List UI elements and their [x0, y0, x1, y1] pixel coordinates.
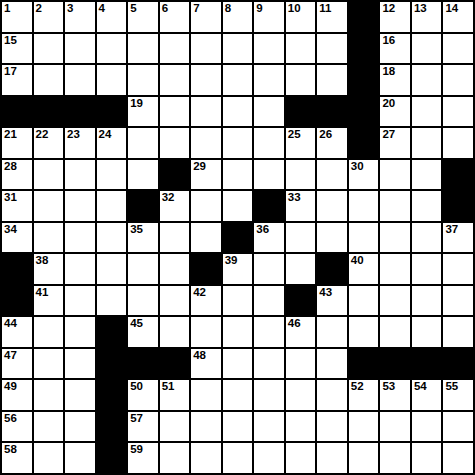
black-cell-r11c14	[443, 349, 473, 379]
clue-number: 48	[193, 349, 206, 362]
cell-r0c2[interactable]: 3	[65, 2, 95, 32]
cell-r3c8[interactable]	[254, 97, 284, 127]
cell-r9c3[interactable]	[97, 286, 127, 316]
cell-r9c7[interactable]	[223, 286, 253, 316]
cell-r10c5[interactable]	[160, 317, 190, 347]
cell-r6c10[interactable]	[317, 191, 347, 221]
clue-number: 26	[319, 128, 332, 141]
clue-number: 45	[130, 317, 143, 330]
cell-r7c0[interactable]: 34	[2, 223, 32, 253]
clue-number: 24	[99, 128, 112, 141]
cell-r14c14[interactable]	[443, 443, 473, 473]
clue-number: 28	[4, 160, 17, 173]
cell-r6c12[interactable]	[380, 191, 410, 221]
black-cell-r3c2	[65, 97, 95, 127]
cell-r10c10[interactable]	[317, 317, 347, 347]
cell-r2c6[interactable]	[191, 65, 221, 95]
cell-r4c2[interactable]: 23	[65, 128, 95, 158]
cell-r9c14[interactable]	[443, 286, 473, 316]
cell-r12c2[interactable]	[65, 380, 95, 410]
clue-number: 50	[130, 380, 143, 393]
cell-r4c6[interactable]	[191, 128, 221, 158]
cell-r2c7[interactable]	[223, 65, 253, 95]
cell-r4c7[interactable]	[223, 128, 253, 158]
clue-number: 34	[4, 223, 17, 236]
cell-r14c13[interactable]	[412, 443, 442, 473]
clue-number: 27	[382, 128, 395, 141]
clue-number: 6	[162, 2, 168, 15]
clue-number: 9	[256, 2, 262, 15]
cell-r1c1[interactable]	[34, 34, 64, 64]
cell-r10c1[interactable]	[34, 317, 64, 347]
cell-r8c2[interactable]	[65, 254, 95, 284]
clue-number: 18	[382, 65, 395, 78]
black-cell-r7c7	[223, 223, 253, 253]
cell-r10c7[interactable]	[223, 317, 253, 347]
cell-r13c14[interactable]	[443, 412, 473, 442]
black-cell-r11c5	[160, 349, 190, 379]
cell-r8c12[interactable]	[380, 254, 410, 284]
clue-number: 41	[36, 286, 49, 299]
cell-r11c6[interactable]: 48	[191, 349, 221, 379]
cell-r10c4[interactable]: 45	[128, 317, 158, 347]
cell-r14c10[interactable]	[317, 443, 347, 473]
cell-r5c6[interactable]: 29	[191, 160, 221, 190]
clue-number: 51	[162, 380, 175, 393]
clue-number: 5	[130, 2, 136, 15]
cell-r7c11[interactable]	[349, 223, 379, 253]
cell-r5c0[interactable]: 28	[2, 160, 32, 190]
cell-r5c13[interactable]	[412, 160, 442, 190]
cell-r1c10[interactable]	[317, 34, 347, 64]
cell-r6c2[interactable]	[65, 191, 95, 221]
clue-number: 42	[193, 286, 206, 299]
cell-r14c2[interactable]	[65, 443, 95, 473]
cell-r7c2[interactable]	[65, 223, 95, 253]
cell-r9c4[interactable]	[128, 286, 158, 316]
cell-r13c2[interactable]	[65, 412, 95, 442]
black-cell-r6c14	[443, 191, 473, 221]
cell-r8c5[interactable]	[160, 254, 190, 284]
cell-r8c1[interactable]: 38	[34, 254, 64, 284]
cell-r10c9[interactable]: 46	[286, 317, 316, 347]
clue-number: 31	[4, 191, 17, 204]
clue-number: 46	[288, 317, 301, 330]
cell-r0c7[interactable]: 8	[223, 2, 253, 32]
cell-r11c0[interactable]: 47	[2, 349, 32, 379]
cell-r7c5[interactable]	[160, 223, 190, 253]
cell-r3c5[interactable]	[160, 97, 190, 127]
cell-r2c12[interactable]: 18	[380, 65, 410, 95]
black-cell-r9c0	[2, 286, 32, 316]
cell-r4c0[interactable]: 21	[2, 128, 32, 158]
cell-r0c4[interactable]: 5	[128, 2, 158, 32]
cell-r4c13[interactable]	[412, 128, 442, 158]
cell-r12c4[interactable]: 50	[128, 380, 158, 410]
clue-number: 38	[36, 254, 49, 267]
clue-number: 49	[4, 380, 17, 393]
cell-r13c6[interactable]	[191, 412, 221, 442]
cell-r12c0[interactable]: 49	[2, 380, 32, 410]
cell-r6c9[interactable]: 33	[286, 191, 316, 221]
black-cell-r1c11	[349, 34, 379, 64]
cell-r0c6[interactable]: 7	[191, 2, 221, 32]
clue-number: 44	[4, 317, 17, 330]
cell-r8c3[interactable]	[97, 254, 127, 284]
cell-r0c13[interactable]: 13	[412, 2, 442, 32]
cell-r14c6[interactable]	[191, 443, 221, 473]
cell-r5c1[interactable]	[34, 160, 64, 190]
cell-r1c6[interactable]	[191, 34, 221, 64]
black-cell-r9c9	[286, 286, 316, 316]
cell-r0c10[interactable]: 11	[317, 2, 347, 32]
clue-number: 55	[445, 380, 458, 393]
clue-number: 58	[4, 443, 17, 456]
clue-number: 33	[288, 191, 301, 204]
clue-number: 29	[193, 160, 206, 173]
cell-r10c11[interactable]	[349, 317, 379, 347]
clue-number: 43	[319, 286, 332, 299]
cell-r3c6[interactable]	[191, 97, 221, 127]
cell-r2c9[interactable]	[286, 65, 316, 95]
black-cell-r8c0	[2, 254, 32, 284]
cell-r9c5[interactable]	[160, 286, 190, 316]
cell-r2c3[interactable]	[97, 65, 127, 95]
cell-r12c8[interactable]	[254, 380, 284, 410]
cell-r5c9[interactable]	[286, 160, 316, 190]
cell-r0c9[interactable]: 10	[286, 2, 316, 32]
clue-number: 54	[414, 380, 427, 393]
black-cell-r11c11	[349, 349, 379, 379]
cell-r13c4[interactable]: 57	[128, 412, 158, 442]
cell-r0c0[interactable]: 1	[2, 2, 32, 32]
cell-r12c5[interactable]: 51	[160, 380, 190, 410]
cell-r5c4[interactable]	[128, 160, 158, 190]
clue-number: 20	[382, 97, 395, 110]
cell-r14c9[interactable]	[286, 443, 316, 473]
cell-r7c9[interactable]	[286, 223, 316, 253]
cell-r5c7[interactable]	[223, 160, 253, 190]
clue-number: 2	[36, 2, 42, 15]
cell-r14c11[interactable]	[349, 443, 379, 473]
cell-r7c8[interactable]: 36	[254, 223, 284, 253]
cell-r3c7[interactable]	[223, 97, 253, 127]
black-cell-r14c3	[97, 443, 127, 473]
cell-r14c8[interactable]	[254, 443, 284, 473]
cell-r5c12[interactable]	[380, 160, 410, 190]
cell-r9c12[interactable]	[380, 286, 410, 316]
clue-number: 57	[130, 412, 143, 425]
cell-r13c11[interactable]	[349, 412, 379, 442]
cell-r4c4[interactable]	[128, 128, 158, 158]
cell-r1c13[interactable]	[412, 34, 442, 64]
cell-r7c10[interactable]	[317, 223, 347, 253]
cell-r1c12[interactable]: 16	[380, 34, 410, 64]
cell-r4c1[interactable]: 22	[34, 128, 64, 158]
cell-r12c6[interactable]	[191, 380, 221, 410]
cell-r2c2[interactable]	[65, 65, 95, 95]
cell-r2c10[interactable]	[317, 65, 347, 95]
cell-r4c9[interactable]: 25	[286, 128, 316, 158]
cell-r1c3[interactable]	[97, 34, 127, 64]
cell-r5c3[interactable]	[97, 160, 127, 190]
cell-r3c13[interactable]	[412, 97, 442, 127]
cell-r10c0[interactable]: 44	[2, 317, 32, 347]
cell-r6c3[interactable]	[97, 191, 127, 221]
cell-r13c9[interactable]	[286, 412, 316, 442]
black-cell-r12c3	[97, 380, 127, 410]
cell-r3c4[interactable]: 19	[128, 97, 158, 127]
cell-r14c12[interactable]	[380, 443, 410, 473]
cell-r7c4[interactable]: 35	[128, 223, 158, 253]
cell-r6c11[interactable]	[349, 191, 379, 221]
cell-r12c14[interactable]: 55	[443, 380, 473, 410]
cell-r7c1[interactable]	[34, 223, 64, 253]
cell-r8c4[interactable]	[128, 254, 158, 284]
cell-r7c3[interactable]	[97, 223, 127, 253]
cell-r2c14[interactable]	[443, 65, 473, 95]
cell-r13c10[interactable]	[317, 412, 347, 442]
cell-r13c12[interactable]	[380, 412, 410, 442]
black-cell-r10c3	[97, 317, 127, 347]
cell-r4c5[interactable]	[160, 128, 190, 158]
cell-r1c0[interactable]: 15	[2, 34, 32, 64]
cell-r12c9[interactable]	[286, 380, 316, 410]
cell-r13c7[interactable]	[223, 412, 253, 442]
clue-number: 25	[288, 128, 301, 141]
black-cell-r3c3	[97, 97, 127, 127]
cell-r1c7[interactable]	[223, 34, 253, 64]
clue-number: 37	[445, 223, 458, 236]
cell-r4c10[interactable]: 26	[317, 128, 347, 158]
cell-r8c14[interactable]	[443, 254, 473, 284]
cell-r7c13[interactable]	[412, 223, 442, 253]
cell-r1c4[interactable]	[128, 34, 158, 64]
cell-r10c8[interactable]	[254, 317, 284, 347]
cell-r9c8[interactable]	[254, 286, 284, 316]
clue-number: 22	[36, 128, 49, 141]
cell-r12c11[interactable]: 52	[349, 380, 379, 410]
cell-r1c14[interactable]	[443, 34, 473, 64]
black-cell-r3c11	[349, 97, 379, 127]
clue-number: 19	[130, 97, 143, 110]
clue-number: 12	[382, 2, 395, 15]
clue-number: 23	[67, 128, 80, 141]
cell-r8c13[interactable]	[412, 254, 442, 284]
black-cell-r6c4	[128, 191, 158, 221]
cell-r7c14[interactable]: 37	[443, 223, 473, 253]
cell-r0c8[interactable]: 9	[254, 2, 284, 32]
cell-r1c2[interactable]	[65, 34, 95, 64]
cell-r9c10[interactable]: 43	[317, 286, 347, 316]
cell-r11c2[interactable]	[65, 349, 95, 379]
cell-r8c7[interactable]: 39	[223, 254, 253, 284]
black-cell-r3c10	[317, 97, 347, 127]
cell-r11c10[interactable]	[317, 349, 347, 379]
cell-r3c14[interactable]	[443, 97, 473, 127]
clue-number: 13	[414, 2, 427, 15]
clue-number: 35	[130, 223, 143, 236]
cell-r11c7[interactable]	[223, 349, 253, 379]
cell-r13c5[interactable]	[160, 412, 190, 442]
cell-r2c13[interactable]	[412, 65, 442, 95]
black-cell-r0c11	[349, 2, 379, 32]
black-cell-r3c9	[286, 97, 316, 127]
cell-r6c5[interactable]: 32	[160, 191, 190, 221]
cell-r6c1[interactable]	[34, 191, 64, 221]
clue-number: 16	[382, 34, 395, 47]
clue-number: 21	[4, 128, 17, 141]
black-cell-r2c11	[349, 65, 379, 95]
cell-r11c1[interactable]	[34, 349, 64, 379]
cell-r2c4[interactable]	[128, 65, 158, 95]
cell-r14c1[interactable]	[34, 443, 64, 473]
black-cell-r11c3	[97, 349, 127, 379]
black-cell-r11c4	[128, 349, 158, 379]
clue-number: 15	[4, 34, 17, 47]
cell-r10c2[interactable]	[65, 317, 95, 347]
cell-r9c11[interactable]	[349, 286, 379, 316]
cell-r3c12[interactable]: 20	[380, 97, 410, 127]
cell-r12c13[interactable]: 54	[412, 380, 442, 410]
cell-r11c8[interactable]	[254, 349, 284, 379]
cell-r0c3[interactable]: 4	[97, 2, 127, 32]
cell-r6c13[interactable]	[412, 191, 442, 221]
cell-r9c2[interactable]	[65, 286, 95, 316]
cell-r13c1[interactable]	[34, 412, 64, 442]
cell-r0c12[interactable]: 12	[380, 2, 410, 32]
black-cell-r5c14	[443, 160, 473, 190]
clue-number: 32	[162, 191, 175, 204]
cell-r6c0[interactable]: 31	[2, 191, 32, 221]
black-cell-r13c3	[97, 412, 127, 442]
cell-r13c13[interactable]	[412, 412, 442, 442]
black-cell-r11c12	[380, 349, 410, 379]
cell-r5c11[interactable]: 30	[349, 160, 379, 190]
cell-r5c8[interactable]	[254, 160, 284, 190]
cell-r10c6[interactable]	[191, 317, 221, 347]
clue-number: 56	[4, 412, 17, 425]
clue-number: 10	[288, 2, 301, 15]
cell-r5c2[interactable]	[65, 160, 95, 190]
cell-r4c12[interactable]: 27	[380, 128, 410, 158]
cell-r13c0[interactable]: 56	[2, 412, 32, 442]
cell-r12c10[interactable]	[317, 380, 347, 410]
cell-r9c13[interactable]	[412, 286, 442, 316]
crossword-grid: 1234567891011121314151617181920212223242…	[0, 0, 475, 475]
cell-r14c4[interactable]: 59	[128, 443, 158, 473]
cell-r4c14[interactable]	[443, 128, 473, 158]
cell-r7c6[interactable]	[191, 223, 221, 253]
cell-r5c10[interactable]	[317, 160, 347, 190]
black-cell-r3c1	[34, 97, 64, 127]
cell-r9c1[interactable]: 41	[34, 286, 64, 316]
clue-number: 14	[445, 2, 458, 15]
clue-number: 53	[382, 380, 395, 393]
black-cell-r11c13	[412, 349, 442, 379]
black-cell-r3c0	[2, 97, 32, 127]
clue-number: 1	[4, 2, 10, 15]
clue-number: 47	[4, 349, 17, 362]
cell-r10c13[interactable]	[412, 317, 442, 347]
clue-number: 11	[319, 2, 331, 15]
cell-r4c3[interactable]: 24	[97, 128, 127, 158]
cell-r1c8[interactable]	[254, 34, 284, 64]
black-cell-r5c5	[160, 160, 190, 190]
clue-number: 7	[193, 2, 199, 15]
cell-r14c0[interactable]: 58	[2, 443, 32, 473]
cell-r6c7[interactable]	[223, 191, 253, 221]
cell-r14c5[interactable]	[160, 443, 190, 473]
cell-r11c9[interactable]	[286, 349, 316, 379]
clue-number: 17	[4, 65, 17, 78]
cell-r6c6[interactable]	[191, 191, 221, 221]
cell-r12c1[interactable]	[34, 380, 64, 410]
cell-r0c14[interactable]: 14	[443, 2, 473, 32]
clue-number: 52	[351, 380, 364, 393]
cell-r8c9[interactable]	[286, 254, 316, 284]
clue-number: 3	[67, 2, 73, 15]
clue-number: 59	[130, 443, 143, 456]
cell-r0c5[interactable]: 6	[160, 2, 190, 32]
clue-number: 4	[99, 2, 105, 15]
cell-r4c8[interactable]	[254, 128, 284, 158]
cell-r1c9[interactable]	[286, 34, 316, 64]
clue-number: 8	[225, 2, 231, 15]
cell-r0c1[interactable]: 2	[34, 2, 64, 32]
cell-r13c8[interactable]	[254, 412, 284, 442]
cell-r10c14[interactable]	[443, 317, 473, 347]
cell-r14c7[interactable]	[223, 443, 253, 473]
cell-r10c12[interactable]	[380, 317, 410, 347]
clue-number: 30	[351, 160, 364, 173]
cell-r7c12[interactable]	[380, 223, 410, 253]
cell-r8c8[interactable]	[254, 254, 284, 284]
black-cell-r8c10	[317, 254, 347, 284]
clue-number: 36	[256, 223, 269, 236]
cell-r2c5[interactable]	[160, 65, 190, 95]
black-cell-r8c6	[191, 254, 221, 284]
cell-r9c6[interactable]: 42	[191, 286, 221, 316]
cell-r2c8[interactable]	[254, 65, 284, 95]
clue-number: 39	[225, 254, 238, 267]
black-cell-r4c11	[349, 128, 379, 158]
cell-r1c5[interactable]	[160, 34, 190, 64]
cell-r2c1[interactable]	[34, 65, 64, 95]
black-cell-r6c8	[254, 191, 284, 221]
clue-number: 40	[351, 254, 364, 267]
cell-r2c0[interactable]: 17	[2, 65, 32, 95]
cell-r12c7[interactable]	[223, 380, 253, 410]
cell-r12c12[interactable]: 53	[380, 380, 410, 410]
cell-r8c11[interactable]: 40	[349, 254, 379, 284]
